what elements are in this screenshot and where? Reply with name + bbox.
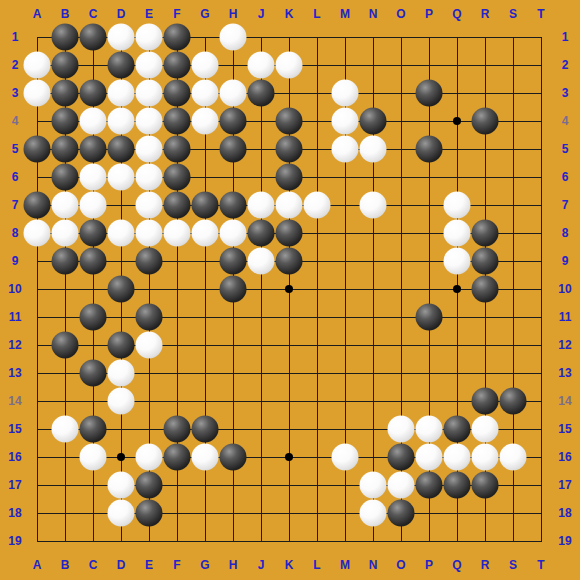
- intersection-A5[interactable]: [23, 135, 51, 163]
- intersection-S5[interactable]: [499, 135, 527, 163]
- intersection-P19[interactable]: [415, 527, 443, 555]
- intersection-K15[interactable]: [275, 415, 303, 443]
- intersection-T14[interactable]: [527, 387, 555, 415]
- intersection-M14[interactable]: [331, 387, 359, 415]
- intersection-G13[interactable]: [191, 359, 219, 387]
- intersection-B10[interactable]: [51, 275, 79, 303]
- intersection-K7[interactable]: [275, 191, 303, 219]
- intersection-O7[interactable]: [387, 191, 415, 219]
- intersection-J9[interactable]: [247, 247, 275, 275]
- intersection-A19[interactable]: [23, 527, 51, 555]
- intersection-S13[interactable]: [499, 359, 527, 387]
- intersection-D6[interactable]: [107, 163, 135, 191]
- intersection-G14[interactable]: [191, 387, 219, 415]
- intersection-D1[interactable]: [107, 23, 135, 51]
- intersection-R6[interactable]: [471, 163, 499, 191]
- intersection-J12[interactable]: [247, 331, 275, 359]
- intersection-S12[interactable]: [499, 331, 527, 359]
- intersection-E18[interactable]: [135, 499, 163, 527]
- intersection-K11[interactable]: [275, 303, 303, 331]
- intersection-N2[interactable]: [359, 51, 387, 79]
- intersection-L1[interactable]: [303, 23, 331, 51]
- intersection-M2[interactable]: [331, 51, 359, 79]
- intersection-B5[interactable]: [51, 135, 79, 163]
- intersection-K13[interactable]: [275, 359, 303, 387]
- intersection-P17[interactable]: [415, 471, 443, 499]
- intersection-K9[interactable]: [275, 247, 303, 275]
- intersection-E4[interactable]: [135, 107, 163, 135]
- intersection-E6[interactable]: [135, 163, 163, 191]
- intersection-R10[interactable]: [471, 275, 499, 303]
- intersection-L6[interactable]: [303, 163, 331, 191]
- intersection-D13[interactable]: [107, 359, 135, 387]
- intersection-K18[interactable]: [275, 499, 303, 527]
- intersection-J11[interactable]: [247, 303, 275, 331]
- intersection-N14[interactable]: [359, 387, 387, 415]
- intersection-C10[interactable]: [79, 275, 107, 303]
- intersection-N1[interactable]: [359, 23, 387, 51]
- intersection-S17[interactable]: [499, 471, 527, 499]
- intersection-R13[interactable]: [471, 359, 499, 387]
- intersection-N15[interactable]: [359, 415, 387, 443]
- intersection-G8[interactable]: [191, 219, 219, 247]
- intersection-D18[interactable]: [107, 499, 135, 527]
- intersection-B17[interactable]: [51, 471, 79, 499]
- intersection-O18[interactable]: [387, 499, 415, 527]
- intersection-S6[interactable]: [499, 163, 527, 191]
- intersection-P16[interactable]: [415, 443, 443, 471]
- intersection-Q7[interactable]: [443, 191, 471, 219]
- intersection-P12[interactable]: [415, 331, 443, 359]
- intersection-T1[interactable]: [527, 23, 555, 51]
- intersection-P11[interactable]: [415, 303, 443, 331]
- intersection-B7[interactable]: [51, 191, 79, 219]
- intersection-G19[interactable]: [191, 527, 219, 555]
- intersection-C15[interactable]: [79, 415, 107, 443]
- intersection-S19[interactable]: [499, 527, 527, 555]
- intersection-L4[interactable]: [303, 107, 331, 135]
- intersection-O3[interactable]: [387, 79, 415, 107]
- intersection-F2[interactable]: [163, 51, 191, 79]
- intersection-L8[interactable]: [303, 219, 331, 247]
- intersection-S10[interactable]: [499, 275, 527, 303]
- intersection-G12[interactable]: [191, 331, 219, 359]
- intersection-G18[interactable]: [191, 499, 219, 527]
- intersection-H18[interactable]: [219, 499, 247, 527]
- intersection-A8[interactable]: [23, 219, 51, 247]
- intersection-B11[interactable]: [51, 303, 79, 331]
- intersection-A13[interactable]: [23, 359, 51, 387]
- intersection-T18[interactable]: [527, 499, 555, 527]
- intersection-P8[interactable]: [415, 219, 443, 247]
- intersection-D16[interactable]: [107, 443, 135, 471]
- intersection-E8[interactable]: [135, 219, 163, 247]
- intersection-H10[interactable]: [219, 275, 247, 303]
- intersection-D15[interactable]: [107, 415, 135, 443]
- intersection-P3[interactable]: [415, 79, 443, 107]
- intersection-P4[interactable]: [415, 107, 443, 135]
- intersection-L10[interactable]: [303, 275, 331, 303]
- intersection-R3[interactable]: [471, 79, 499, 107]
- intersection-M19[interactable]: [331, 527, 359, 555]
- intersection-A11[interactable]: [23, 303, 51, 331]
- intersection-H3[interactable]: [219, 79, 247, 107]
- intersection-E9[interactable]: [135, 247, 163, 275]
- intersection-N7[interactable]: [359, 191, 387, 219]
- intersection-B4[interactable]: [51, 107, 79, 135]
- intersection-T16[interactable]: [527, 443, 555, 471]
- intersection-E17[interactable]: [135, 471, 163, 499]
- intersection-T4[interactable]: [527, 107, 555, 135]
- intersection-L18[interactable]: [303, 499, 331, 527]
- intersection-M12[interactable]: [331, 331, 359, 359]
- intersection-K10[interactable]: [275, 275, 303, 303]
- intersection-B15[interactable]: [51, 415, 79, 443]
- intersection-O6[interactable]: [387, 163, 415, 191]
- intersection-C9[interactable]: [79, 247, 107, 275]
- intersection-G4[interactable]: [191, 107, 219, 135]
- intersection-C14[interactable]: [79, 387, 107, 415]
- intersection-C5[interactable]: [79, 135, 107, 163]
- intersection-A16[interactable]: [23, 443, 51, 471]
- intersection-D19[interactable]: [107, 527, 135, 555]
- intersection-A6[interactable]: [23, 163, 51, 191]
- intersection-O11[interactable]: [387, 303, 415, 331]
- intersection-L12[interactable]: [303, 331, 331, 359]
- intersection-A15[interactable]: [23, 415, 51, 443]
- intersection-A3[interactable]: [23, 79, 51, 107]
- intersection-G3[interactable]: [191, 79, 219, 107]
- intersection-F12[interactable]: [163, 331, 191, 359]
- intersection-R19[interactable]: [471, 527, 499, 555]
- intersection-T8[interactable]: [527, 219, 555, 247]
- intersection-Q8[interactable]: [443, 219, 471, 247]
- intersection-R9[interactable]: [471, 247, 499, 275]
- intersection-M6[interactable]: [331, 163, 359, 191]
- intersection-Q4[interactable]: [443, 107, 471, 135]
- intersection-C4[interactable]: [79, 107, 107, 135]
- intersection-P1[interactable]: [415, 23, 443, 51]
- intersection-H1[interactable]: [219, 23, 247, 51]
- intersection-P7[interactable]: [415, 191, 443, 219]
- intersection-T12[interactable]: [527, 331, 555, 359]
- intersection-J13[interactable]: [247, 359, 275, 387]
- intersection-L9[interactable]: [303, 247, 331, 275]
- intersection-T13[interactable]: [527, 359, 555, 387]
- intersection-B1[interactable]: [51, 23, 79, 51]
- intersection-G16[interactable]: [191, 443, 219, 471]
- intersection-Q15[interactable]: [443, 415, 471, 443]
- intersection-Q11[interactable]: [443, 303, 471, 331]
- intersection-J15[interactable]: [247, 415, 275, 443]
- intersection-F8[interactable]: [163, 219, 191, 247]
- intersection-H17[interactable]: [219, 471, 247, 499]
- intersection-H13[interactable]: [219, 359, 247, 387]
- intersection-A4[interactable]: [23, 107, 51, 135]
- intersection-K12[interactable]: [275, 331, 303, 359]
- intersection-P10[interactable]: [415, 275, 443, 303]
- intersection-L15[interactable]: [303, 415, 331, 443]
- intersection-O4[interactable]: [387, 107, 415, 135]
- intersection-J8[interactable]: [247, 219, 275, 247]
- intersection-R16[interactable]: [471, 443, 499, 471]
- intersection-K5[interactable]: [275, 135, 303, 163]
- intersection-J4[interactable]: [247, 107, 275, 135]
- intersection-J14[interactable]: [247, 387, 275, 415]
- intersection-G15[interactable]: [191, 415, 219, 443]
- intersection-N16[interactable]: [359, 443, 387, 471]
- intersection-A18[interactable]: [23, 499, 51, 527]
- intersection-M10[interactable]: [331, 275, 359, 303]
- intersection-D2[interactable]: [107, 51, 135, 79]
- intersection-G7[interactable]: [191, 191, 219, 219]
- intersection-H9[interactable]: [219, 247, 247, 275]
- intersection-K6[interactable]: [275, 163, 303, 191]
- intersection-E3[interactable]: [135, 79, 163, 107]
- intersection-D12[interactable]: [107, 331, 135, 359]
- intersection-S11[interactable]: [499, 303, 527, 331]
- intersection-D9[interactable]: [107, 247, 135, 275]
- intersection-A2[interactable]: [23, 51, 51, 79]
- intersection-A10[interactable]: [23, 275, 51, 303]
- intersection-S18[interactable]: [499, 499, 527, 527]
- intersection-B9[interactable]: [51, 247, 79, 275]
- intersection-Q3[interactable]: [443, 79, 471, 107]
- intersection-M3[interactable]: [331, 79, 359, 107]
- intersection-O10[interactable]: [387, 275, 415, 303]
- intersection-O14[interactable]: [387, 387, 415, 415]
- intersection-D10[interactable]: [107, 275, 135, 303]
- intersection-S7[interactable]: [499, 191, 527, 219]
- intersection-T9[interactable]: [527, 247, 555, 275]
- intersection-Q16[interactable]: [443, 443, 471, 471]
- intersection-G9[interactable]: [191, 247, 219, 275]
- intersection-C6[interactable]: [79, 163, 107, 191]
- intersection-O17[interactable]: [387, 471, 415, 499]
- intersection-T6[interactable]: [527, 163, 555, 191]
- intersection-K1[interactable]: [275, 23, 303, 51]
- intersection-N5[interactable]: [359, 135, 387, 163]
- intersection-S14[interactable]: [499, 387, 527, 415]
- intersection-R17[interactable]: [471, 471, 499, 499]
- intersection-N12[interactable]: [359, 331, 387, 359]
- intersection-N8[interactable]: [359, 219, 387, 247]
- intersection-O16[interactable]: [387, 443, 415, 471]
- intersection-H12[interactable]: [219, 331, 247, 359]
- intersection-H6[interactable]: [219, 163, 247, 191]
- intersection-F1[interactable]: [163, 23, 191, 51]
- intersection-B6[interactable]: [51, 163, 79, 191]
- intersection-F17[interactable]: [163, 471, 191, 499]
- intersection-B12[interactable]: [51, 331, 79, 359]
- intersection-O9[interactable]: [387, 247, 415, 275]
- intersection-B19[interactable]: [51, 527, 79, 555]
- intersection-H16[interactable]: [219, 443, 247, 471]
- intersection-B14[interactable]: [51, 387, 79, 415]
- intersection-E7[interactable]: [135, 191, 163, 219]
- intersection-H19[interactable]: [219, 527, 247, 555]
- intersection-Q19[interactable]: [443, 527, 471, 555]
- intersection-O19[interactable]: [387, 527, 415, 555]
- intersection-G17[interactable]: [191, 471, 219, 499]
- intersection-J19[interactable]: [247, 527, 275, 555]
- intersection-C3[interactable]: [79, 79, 107, 107]
- intersection-B3[interactable]: [51, 79, 79, 107]
- intersection-A1[interactable]: [23, 23, 51, 51]
- intersection-K16[interactable]: [275, 443, 303, 471]
- intersection-N4[interactable]: [359, 107, 387, 135]
- intersection-M7[interactable]: [331, 191, 359, 219]
- intersection-H15[interactable]: [219, 415, 247, 443]
- intersection-M5[interactable]: [331, 135, 359, 163]
- intersection-L3[interactable]: [303, 79, 331, 107]
- intersection-R15[interactable]: [471, 415, 499, 443]
- intersection-L19[interactable]: [303, 527, 331, 555]
- intersection-J3[interactable]: [247, 79, 275, 107]
- intersection-H11[interactable]: [219, 303, 247, 331]
- intersection-F19[interactable]: [163, 527, 191, 555]
- intersection-D14[interactable]: [107, 387, 135, 415]
- intersection-E1[interactable]: [135, 23, 163, 51]
- intersection-D5[interactable]: [107, 135, 135, 163]
- intersection-S15[interactable]: [499, 415, 527, 443]
- intersection-D11[interactable]: [107, 303, 135, 331]
- intersection-M13[interactable]: [331, 359, 359, 387]
- intersection-K8[interactable]: [275, 219, 303, 247]
- intersection-N19[interactable]: [359, 527, 387, 555]
- intersection-J1[interactable]: [247, 23, 275, 51]
- intersection-Q18[interactable]: [443, 499, 471, 527]
- intersection-A7[interactable]: [23, 191, 51, 219]
- intersection-E15[interactable]: [135, 415, 163, 443]
- intersection-F4[interactable]: [163, 107, 191, 135]
- intersection-R12[interactable]: [471, 331, 499, 359]
- intersection-C7[interactable]: [79, 191, 107, 219]
- intersection-D7[interactable]: [107, 191, 135, 219]
- intersection-Q1[interactable]: [443, 23, 471, 51]
- intersection-E2[interactable]: [135, 51, 163, 79]
- intersection-T11[interactable]: [527, 303, 555, 331]
- intersection-Q9[interactable]: [443, 247, 471, 275]
- intersection-G1[interactable]: [191, 23, 219, 51]
- intersection-P13[interactable]: [415, 359, 443, 387]
- intersection-J16[interactable]: [247, 443, 275, 471]
- intersection-G10[interactable]: [191, 275, 219, 303]
- intersection-L13[interactable]: [303, 359, 331, 387]
- intersection-K14[interactable]: [275, 387, 303, 415]
- intersection-T2[interactable]: [527, 51, 555, 79]
- intersection-K17[interactable]: [275, 471, 303, 499]
- intersection-T19[interactable]: [527, 527, 555, 555]
- intersection-O13[interactable]: [387, 359, 415, 387]
- intersection-P9[interactable]: [415, 247, 443, 275]
- intersection-B8[interactable]: [51, 219, 79, 247]
- intersection-E11[interactable]: [135, 303, 163, 331]
- intersection-F10[interactable]: [163, 275, 191, 303]
- intersection-R5[interactable]: [471, 135, 499, 163]
- intersection-F16[interactable]: [163, 443, 191, 471]
- intersection-O12[interactable]: [387, 331, 415, 359]
- intersection-R8[interactable]: [471, 219, 499, 247]
- intersection-K3[interactable]: [275, 79, 303, 107]
- intersection-C18[interactable]: [79, 499, 107, 527]
- intersection-M1[interactable]: [331, 23, 359, 51]
- intersection-R11[interactable]: [471, 303, 499, 331]
- intersection-Q6[interactable]: [443, 163, 471, 191]
- intersection-P5[interactable]: [415, 135, 443, 163]
- intersection-M17[interactable]: [331, 471, 359, 499]
- intersection-H14[interactable]: [219, 387, 247, 415]
- intersection-C1[interactable]: [79, 23, 107, 51]
- intersection-J7[interactable]: [247, 191, 275, 219]
- intersection-Q13[interactable]: [443, 359, 471, 387]
- intersection-O1[interactable]: [387, 23, 415, 51]
- intersection-J10[interactable]: [247, 275, 275, 303]
- intersection-L5[interactable]: [303, 135, 331, 163]
- intersection-O2[interactable]: [387, 51, 415, 79]
- intersection-C17[interactable]: [79, 471, 107, 499]
- intersection-R14[interactable]: [471, 387, 499, 415]
- intersection-C2[interactable]: [79, 51, 107, 79]
- intersection-B16[interactable]: [51, 443, 79, 471]
- intersection-J5[interactable]: [247, 135, 275, 163]
- intersection-L16[interactable]: [303, 443, 331, 471]
- intersection-C11[interactable]: [79, 303, 107, 331]
- intersection-T15[interactable]: [527, 415, 555, 443]
- intersection-P14[interactable]: [415, 387, 443, 415]
- intersection-H5[interactable]: [219, 135, 247, 163]
- intersection-R1[interactable]: [471, 23, 499, 51]
- intersection-E16[interactable]: [135, 443, 163, 471]
- intersection-N17[interactable]: [359, 471, 387, 499]
- intersection-H8[interactable]: [219, 219, 247, 247]
- intersection-N13[interactable]: [359, 359, 387, 387]
- intersection-B2[interactable]: [51, 51, 79, 79]
- intersection-F3[interactable]: [163, 79, 191, 107]
- intersection-A17[interactable]: [23, 471, 51, 499]
- intersection-A14[interactable]: [23, 387, 51, 415]
- intersection-K19[interactable]: [275, 527, 303, 555]
- intersection-K4[interactable]: [275, 107, 303, 135]
- intersection-N18[interactable]: [359, 499, 387, 527]
- intersection-B18[interactable]: [51, 499, 79, 527]
- intersection-T5[interactable]: [527, 135, 555, 163]
- intersection-C8[interactable]: [79, 219, 107, 247]
- intersection-D4[interactable]: [107, 107, 135, 135]
- intersection-R2[interactable]: [471, 51, 499, 79]
- intersection-L14[interactable]: [303, 387, 331, 415]
- intersection-T7[interactable]: [527, 191, 555, 219]
- intersection-N6[interactable]: [359, 163, 387, 191]
- intersection-F7[interactable]: [163, 191, 191, 219]
- intersection-M16[interactable]: [331, 443, 359, 471]
- intersection-S3[interactable]: [499, 79, 527, 107]
- intersection-Q12[interactable]: [443, 331, 471, 359]
- intersection-S16[interactable]: [499, 443, 527, 471]
- intersection-G2[interactable]: [191, 51, 219, 79]
- intersection-S2[interactable]: [499, 51, 527, 79]
- intersection-J2[interactable]: [247, 51, 275, 79]
- intersection-C13[interactable]: [79, 359, 107, 387]
- intersection-Q17[interactable]: [443, 471, 471, 499]
- intersection-P2[interactable]: [415, 51, 443, 79]
- intersection-T17[interactable]: [527, 471, 555, 499]
- intersection-F13[interactable]: [163, 359, 191, 387]
- intersection-E19[interactable]: [135, 527, 163, 555]
- intersection-E10[interactable]: [135, 275, 163, 303]
- intersection-F18[interactable]: [163, 499, 191, 527]
- intersection-N10[interactable]: [359, 275, 387, 303]
